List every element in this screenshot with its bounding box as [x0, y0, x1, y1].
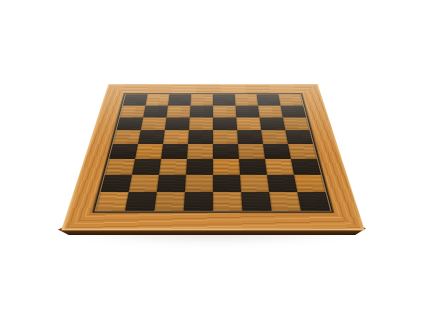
square-b2 [129, 175, 159, 192]
square-f5 [237, 130, 263, 144]
square-c5 [163, 130, 189, 144]
square-h4 [288, 144, 317, 159]
square-f1 [241, 192, 272, 211]
square-a7 [120, 106, 146, 118]
square-b5 [138, 130, 165, 144]
square-d6 [189, 117, 213, 130]
square-c1 [154, 192, 185, 211]
square-h5 [285, 130, 313, 144]
square-h2 [294, 175, 325, 192]
square-a5 [113, 130, 141, 144]
square-b4 [135, 144, 163, 159]
square-e2 [213, 175, 241, 192]
square-f4 [238, 144, 265, 159]
chessboard [61, 84, 364, 230]
square-a8 [123, 94, 148, 105]
square-b6 [141, 117, 167, 130]
square-c6 [165, 117, 190, 130]
square-h3 [291, 159, 321, 175]
square-e6 [213, 117, 237, 130]
square-g3 [265, 159, 294, 175]
square-a4 [109, 144, 138, 159]
square-f3 [239, 159, 267, 175]
square-e8 [213, 94, 235, 105]
square-d8 [190, 94, 212, 105]
square-g7 [258, 106, 283, 118]
square-b8 [145, 94, 169, 105]
square-d3 [186, 159, 213, 175]
board-grid [96, 94, 330, 210]
square-d5 [188, 130, 213, 144]
square-h8 [278, 94, 303, 105]
square-c3 [159, 159, 187, 175]
square-d2 [185, 175, 213, 192]
square-g1 [269, 192, 301, 211]
square-e4 [213, 144, 239, 159]
square-g6 [260, 117, 286, 130]
square-h7 [280, 106, 306, 118]
square-c4 [161, 144, 188, 159]
product-photo [0, 0, 423, 318]
square-f6 [236, 117, 261, 130]
square-a3 [105, 159, 135, 175]
square-g5 [261, 130, 288, 144]
square-c2 [157, 175, 186, 192]
square-h1 [297, 192, 330, 211]
square-e7 [213, 106, 236, 118]
square-g2 [267, 175, 297, 192]
square-c8 [168, 94, 191, 105]
square-c7 [166, 106, 190, 118]
square-d1 [184, 192, 213, 211]
square-e1 [213, 192, 242, 211]
square-h6 [283, 117, 310, 130]
square-a1 [96, 192, 129, 211]
square-d7 [190, 106, 213, 118]
square-g8 [257, 94, 281, 105]
square-b3 [132, 159, 161, 175]
square-f2 [240, 175, 269, 192]
square-e5 [213, 130, 238, 144]
square-d4 [187, 144, 213, 159]
square-a6 [117, 117, 144, 130]
square-e3 [213, 159, 240, 175]
square-f8 [235, 94, 258, 105]
square-b1 [125, 192, 157, 211]
square-g4 [263, 144, 291, 159]
square-b7 [143, 106, 168, 118]
square-f7 [235, 106, 259, 118]
square-a2 [101, 175, 132, 192]
